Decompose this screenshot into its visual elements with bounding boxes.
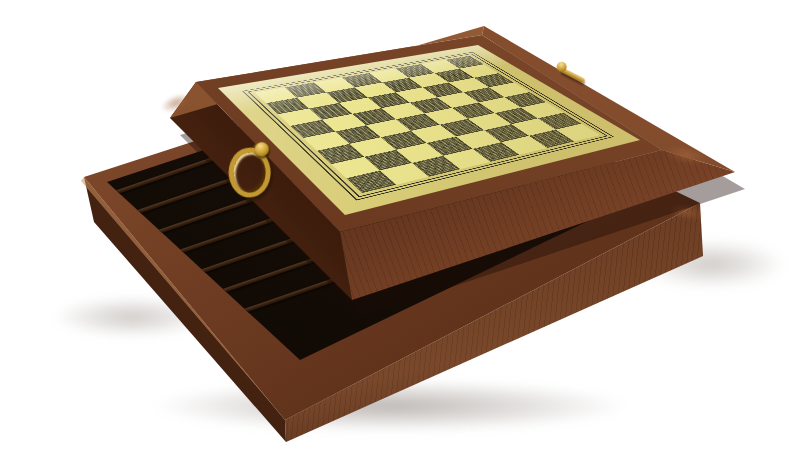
chess-box-product-photo: [0, 0, 800, 449]
lid-ring-handle: [221, 132, 284, 198]
